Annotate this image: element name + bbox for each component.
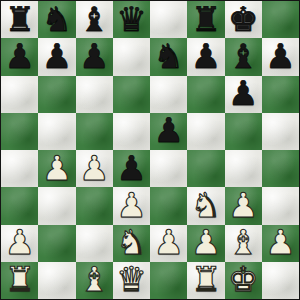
square-d7[interactable]: [113, 38, 150, 75]
piece-white-pawn: ♟: [116, 188, 146, 222]
piece-white-knight: ♞: [116, 225, 146, 259]
square-g6[interactable]: ♟: [225, 76, 262, 113]
square-c2[interactable]: [76, 225, 113, 262]
square-f1[interactable]: ♜: [187, 262, 224, 299]
square-e7[interactable]: ♞: [150, 38, 187, 75]
square-d2[interactable]: ♞: [113, 225, 150, 262]
square-a7[interactable]: ♟: [1, 38, 38, 75]
square-a1[interactable]: ♜: [1, 262, 38, 299]
piece-white-pawn: ♟: [4, 225, 34, 259]
piece-white-bishop: ♝: [228, 225, 258, 259]
square-b3[interactable]: [38, 187, 75, 224]
square-e8[interactable]: [150, 1, 187, 38]
square-b6[interactable]: [38, 76, 75, 113]
square-f6[interactable]: [187, 76, 224, 113]
square-c7[interactable]: ♟: [76, 38, 113, 75]
square-a8[interactable]: ♜: [1, 1, 38, 38]
piece-white-pawn: ♟: [153, 225, 183, 259]
piece-white-knight: ♞: [191, 188, 221, 222]
square-b8[interactable]: ♞: [38, 1, 75, 38]
square-d4[interactable]: ♟: [113, 150, 150, 187]
piece-black-pawn: ♟: [265, 39, 295, 73]
piece-black-queen: ♛: [116, 2, 146, 36]
square-c5[interactable]: [76, 113, 113, 150]
square-d3[interactable]: ♟: [113, 187, 150, 224]
piece-black-pawn: ♟: [116, 151, 146, 185]
square-e3[interactable]: [150, 187, 187, 224]
square-h8[interactable]: [262, 1, 299, 38]
piece-white-bishop: ♝: [79, 262, 109, 296]
square-d5[interactable]: [113, 113, 150, 150]
piece-white-pawn: ♟: [42, 151, 72, 185]
square-e2[interactable]: ♟: [150, 225, 187, 262]
piece-white-rook: ♜: [4, 262, 34, 296]
square-h7[interactable]: ♟: [262, 38, 299, 75]
square-b4[interactable]: ♟: [38, 150, 75, 187]
square-f3[interactable]: ♞: [187, 187, 224, 224]
square-c8[interactable]: ♝: [76, 1, 113, 38]
square-g7[interactable]: ♝: [225, 38, 262, 75]
piece-black-pawn: ♟: [153, 113, 183, 147]
square-f7[interactable]: ♟: [187, 38, 224, 75]
square-g1[interactable]: ♚: [225, 262, 262, 299]
square-a5[interactable]: [1, 113, 38, 150]
square-c1[interactable]: ♝: [76, 262, 113, 299]
piece-black-pawn: ♟: [228, 76, 258, 110]
piece-white-pawn: ♟: [265, 225, 295, 259]
square-e6[interactable]: [150, 76, 187, 113]
square-g3[interactable]: ♟: [225, 187, 262, 224]
square-g5[interactable]: [225, 113, 262, 150]
square-h2[interactable]: ♟: [262, 225, 299, 262]
square-h1[interactable]: [262, 262, 299, 299]
piece-white-king: ♚: [228, 262, 258, 296]
square-b5[interactable]: [38, 113, 75, 150]
square-b7[interactable]: ♟: [38, 38, 75, 75]
piece-black-rook: ♜: [191, 2, 221, 36]
square-f4[interactable]: [187, 150, 224, 187]
square-h6[interactable]: [262, 76, 299, 113]
square-d1[interactable]: ♛: [113, 262, 150, 299]
square-f8[interactable]: ♜: [187, 1, 224, 38]
chess-board-frame: ♜♞♝♛♜♚♟♟♟♞♟♝♟♟♟♟♟♟♟♞♟♟♞♟♟♝♟♜♝♛♜♚: [0, 0, 300, 300]
piece-white-queen: ♛: [116, 262, 146, 296]
piece-black-pawn: ♟: [42, 39, 72, 73]
square-a6[interactable]: [1, 76, 38, 113]
square-g8[interactable]: ♚: [225, 1, 262, 38]
piece-white-pawn: ♟: [79, 151, 109, 185]
piece-white-pawn: ♟: [191, 225, 221, 259]
square-f5[interactable]: [187, 113, 224, 150]
square-c4[interactable]: ♟: [76, 150, 113, 187]
square-b2[interactable]: [38, 225, 75, 262]
piece-white-pawn: ♟: [228, 188, 258, 222]
square-e4[interactable]: [150, 150, 187, 187]
square-a3[interactable]: [1, 187, 38, 224]
square-h4[interactable]: [262, 150, 299, 187]
piece-black-pawn: ♟: [79, 39, 109, 73]
square-g2[interactable]: ♝: [225, 225, 262, 262]
piece-black-bishop: ♝: [228, 39, 258, 73]
piece-black-rook: ♜: [4, 2, 34, 36]
piece-black-bishop: ♝: [79, 2, 109, 36]
square-a4[interactable]: [1, 150, 38, 187]
piece-black-pawn: ♟: [4, 39, 34, 73]
square-a2[interactable]: ♟: [1, 225, 38, 262]
square-c3[interactable]: [76, 187, 113, 224]
piece-black-king: ♚: [228, 2, 258, 36]
square-e1[interactable]: [150, 262, 187, 299]
square-e5[interactable]: ♟: [150, 113, 187, 150]
square-c6[interactable]: [76, 76, 113, 113]
piece-black-knight: ♞: [42, 2, 72, 36]
square-d8[interactable]: ♛: [113, 1, 150, 38]
piece-white-rook: ♜: [191, 262, 221, 296]
piece-black-knight: ♞: [153, 39, 183, 73]
square-g4[interactable]: [225, 150, 262, 187]
square-f2[interactable]: ♟: [187, 225, 224, 262]
square-d6[interactable]: [113, 76, 150, 113]
chess-board: ♜♞♝♛♜♚♟♟♟♞♟♝♟♟♟♟♟♟♟♞♟♟♞♟♟♝♟♜♝♛♜♚: [1, 1, 299, 299]
piece-black-pawn: ♟: [191, 39, 221, 73]
square-b1[interactable]: [38, 262, 75, 299]
square-h3[interactable]: [262, 187, 299, 224]
square-h5[interactable]: [262, 113, 299, 150]
